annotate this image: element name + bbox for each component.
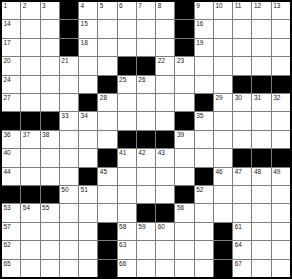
cell-r9c12[interactable] [214,149,232,166]
cell-r10c2[interactable] [21,168,39,185]
cell-r8c5[interactable] [79,131,97,148]
cell-r8c3[interactable]: 38 [41,131,59,148]
clue-number: 60 [158,223,165,231]
black-cell-r5c6 [98,76,116,93]
black-cell-r2c4 [60,20,78,37]
cell-r14c1[interactable]: 62 [2,241,20,258]
black-cell-r7c1 [2,112,20,129]
black-cell-r6c11 [195,94,213,111]
clue-number: 11 [235,2,242,10]
cell-r5c5[interactable] [79,76,97,93]
clue-number: 37 [23,131,30,139]
cell-r8c4[interactable] [60,131,78,148]
clue-number: 29 [215,94,222,102]
clue-number: 65 [4,260,11,268]
black-cell-r9c13 [233,149,251,166]
black-cell-r4c7 [118,57,136,74]
cell-r10c8[interactable] [137,168,155,185]
cell-r15c3[interactable] [41,260,59,277]
cell-r11c8[interactable] [137,186,155,203]
cell-r13c5[interactable] [79,223,97,240]
black-cell-r9c15 [272,149,290,166]
cell-r8c6[interactable] [98,131,116,148]
cell-r6c3[interactable] [41,94,59,111]
black-cell-r3c4 [60,39,78,56]
cell-r9c8[interactable]: 42 [137,149,155,166]
cell-r5c8[interactable]: 26 [137,76,155,93]
clue-number: 21 [61,57,68,65]
clue-number: 56 [177,204,184,212]
clue-number: 49 [273,168,280,176]
cell-r2c13[interactable] [233,20,251,37]
clue-number: 17 [4,39,11,47]
clue-number: 35 [196,112,203,120]
cell-r2c6[interactable] [98,20,116,37]
cell-r3c2[interactable] [21,39,39,56]
cell-r12c12[interactable] [214,204,232,221]
cell-r4c12[interactable] [214,57,232,74]
cell-r11c7[interactable] [118,186,136,203]
cell-r14c15[interactable] [272,241,290,258]
cell-r13c13[interactable]: 61 [233,223,251,240]
cell-r10c14[interactable]: 48 [252,168,270,185]
cell-r15c13[interactable]: 67 [233,260,251,277]
cell-r2c12[interactable] [214,20,232,37]
black-cell-r10c11 [195,168,213,185]
cell-r1c8[interactable]: 7 [137,2,155,19]
cell-r14c5[interactable] [79,241,97,258]
cell-r10c9[interactable] [156,168,174,185]
clue-number: 41 [119,149,126,157]
cell-r6c12[interactable]: 29 [214,94,232,111]
cell-r10c3[interactable] [41,168,59,185]
clue-number: 40 [4,149,11,157]
black-cell-r7c3 [41,112,59,129]
cell-r13c1[interactable]: 57 [2,223,20,240]
cell-r13c10[interactable] [175,223,193,240]
clue-number: 25 [119,76,126,84]
cell-r12c2[interactable]: 54 [21,204,39,221]
clue-number: 63 [119,241,126,249]
cell-r7c11[interactable]: 35 [195,112,213,129]
black-cell-r15c6 [98,260,116,277]
black-cell-r2c10 [175,20,193,37]
clue-number: 48 [254,168,261,176]
clue-number: 46 [215,168,222,176]
clue-number: 1 [4,2,8,10]
crossword-puzzle: 1234567891011121314151617181920212223242… [0,0,292,279]
cell-r15c15[interactable] [272,260,290,277]
cell-r4c6[interactable] [98,57,116,74]
cell-r8c12[interactable] [214,131,232,148]
cell-r11c13[interactable] [233,186,251,203]
cell-r4c4[interactable]: 21 [60,57,78,74]
cell-r14c10[interactable] [175,241,193,258]
cell-r8c13[interactable] [233,131,251,148]
cell-r9c4[interactable] [60,149,78,166]
cell-r2c5[interactable]: 15 [79,20,97,37]
clue-number: 28 [100,94,107,102]
cell-r14c14[interactable] [252,241,270,258]
cell-r13c14[interactable] [252,223,270,240]
cell-r2c14[interactable] [252,20,270,37]
clue-number: 18 [81,39,88,47]
cell-r9c11[interactable] [195,149,213,166]
cell-r8c15[interactable] [272,131,290,148]
clue-number: 38 [42,131,49,139]
clue-number: 23 [177,57,184,65]
clue-number: 3 [42,2,46,10]
cell-r6c14[interactable]: 31 [252,94,270,111]
cell-r2c11[interactable]: 16 [195,20,213,37]
cell-r14c9[interactable] [156,241,174,258]
cell-r1c1[interactable]: 1 [2,2,20,19]
clue-number: 52 [196,186,203,194]
cell-r4c3[interactable] [41,57,59,74]
cell-r7c6[interactable] [98,112,116,129]
cell-r14c4[interactable] [60,241,78,258]
cell-r14c3[interactable] [41,241,59,258]
clue-number: 30 [235,94,242,102]
cell-r6c8[interactable] [137,94,155,111]
cell-r2c2[interactable] [21,20,39,37]
cell-r4c2[interactable] [21,57,39,74]
cell-r7c12[interactable] [214,112,232,129]
black-cell-r1c4 [60,2,78,19]
cell-r9c9[interactable]: 43 [156,149,174,166]
cell-r7c15[interactable] [272,112,290,129]
cell-r10c4[interactable] [60,168,78,185]
cell-r4c11[interactable] [195,57,213,74]
black-cell-r14c12 [214,241,232,258]
cell-r3c8[interactable] [137,39,155,56]
cell-r12c3[interactable]: 55 [41,204,59,221]
clue-number: 42 [138,149,145,157]
cell-r13c8[interactable]: 59 [137,223,155,240]
cell-r7c7[interactable] [118,112,136,129]
cell-r15c2[interactable] [21,260,39,277]
cell-r2c1[interactable]: 14 [2,20,20,37]
cell-r6c7[interactable] [118,94,136,111]
cell-r6c2[interactable] [21,94,39,111]
clue-number: 50 [61,186,68,194]
clue-number: 24 [4,76,11,84]
black-cell-r5c13 [233,76,251,93]
cell-r6c4[interactable] [60,94,78,111]
cell-r7c14[interactable] [252,112,270,129]
cell-r15c10[interactable] [175,260,193,277]
cell-r6c10[interactable] [175,94,193,111]
cell-r7c4[interactable]: 33 [60,112,78,129]
cell-r4c5[interactable] [79,57,97,74]
black-cell-r13c6 [98,223,116,240]
cell-r5c7[interactable]: 25 [118,76,136,93]
cell-r2c8[interactable] [137,20,155,37]
clue-number: 67 [235,260,242,268]
black-cell-r11c10 [175,186,193,203]
clue-number: 54 [23,204,30,212]
clue-number: 34 [81,112,88,120]
cell-r3c12[interactable] [214,39,232,56]
clue-number: 4 [81,2,85,10]
clue-number: 43 [158,149,165,157]
clue-number: 16 [196,20,203,28]
clue-number: 53 [4,204,11,212]
clue-number: 45 [100,168,107,176]
cell-r7c8[interactable] [137,112,155,129]
clue-number: 27 [4,94,11,102]
cell-r2c7[interactable] [118,20,136,37]
cell-r3c13[interactable] [233,39,251,56]
cell-r11c6[interactable] [98,186,116,203]
clue-number: 2 [23,2,27,10]
cell-r3c1[interactable]: 17 [2,39,20,56]
clue-number: 36 [4,131,11,139]
cell-r1c6[interactable]: 5 [98,2,116,19]
cell-r9c3[interactable] [41,149,59,166]
cell-r13c4[interactable] [60,223,78,240]
clue-number: 64 [235,241,242,249]
clue-number: 22 [158,57,165,65]
cell-r5c3[interactable] [41,76,59,93]
cell-r14c13[interactable]: 64 [233,241,251,258]
cell-r10c12[interactable]: 46 [214,168,232,185]
clue-number: 59 [138,223,145,231]
cell-r3c15[interactable] [272,39,290,56]
cell-r7c13[interactable] [233,112,251,129]
cell-r1c14[interactable]: 12 [252,2,270,19]
clue-number: 14 [4,20,11,28]
cell-r9c10[interactable] [175,149,193,166]
black-cell-r8c9 [156,131,174,148]
black-cell-r14c6 [98,241,116,258]
cell-r1c5[interactable]: 4 [79,2,97,19]
clue-number: 6 [119,2,123,10]
cell-r4c9[interactable]: 22 [156,57,174,74]
clue-number: 15 [81,20,88,28]
cell-r10c15[interactable]: 49 [272,168,290,185]
clue-number: 66 [119,260,126,268]
cell-r6c13[interactable]: 30 [233,94,251,111]
black-cell-r1c10 [175,2,193,19]
cell-r11c15[interactable] [272,186,290,203]
cell-r13c15[interactable] [272,223,290,240]
black-cell-r10c5 [79,168,97,185]
cell-r4c10[interactable]: 23 [175,57,193,74]
cell-r12c6[interactable] [98,204,116,221]
cell-r6c6[interactable]: 28 [98,94,116,111]
clue-number: 8 [158,2,162,10]
black-cell-r8c8 [137,131,155,148]
cell-r13c2[interactable] [21,223,39,240]
crossword-grid: 1234567891011121314151617181920212223242… [0,0,292,279]
clue-number: 26 [138,76,145,84]
cell-r1c9[interactable]: 8 [156,2,174,19]
clue-number: 19 [196,39,203,47]
cell-r4c1[interactable]: 20 [2,57,20,74]
cell-r9c5[interactable] [79,149,97,166]
cell-r13c7[interactable]: 58 [118,223,136,240]
clue-number: 44 [4,168,11,176]
cell-r14c7[interactable]: 63 [118,241,136,258]
cell-r10c13[interactable]: 47 [233,168,251,185]
black-cell-r12c8 [137,204,155,221]
cell-r8c11[interactable] [195,131,213,148]
cell-r15c7[interactable]: 66 [118,260,136,277]
cell-r12c14[interactable] [252,204,270,221]
black-cell-r12c9 [156,204,174,221]
cell-r8c2[interactable]: 37 [21,131,39,148]
black-cell-r3c10 [175,39,193,56]
cell-r3c5[interactable]: 18 [79,39,97,56]
black-cell-r11c2 [21,186,39,203]
clue-number: 57 [4,223,11,231]
cell-r11c11[interactable]: 52 [195,186,213,203]
clue-number: 31 [254,94,261,102]
cell-r7c9[interactable] [156,112,174,129]
cell-r11c5[interactable]: 51 [79,186,97,203]
cell-r15c5[interactable] [79,260,97,277]
cell-r2c9[interactable] [156,20,174,37]
cell-r10c1[interactable]: 44 [2,168,20,185]
clue-number: 9 [196,2,200,10]
cell-r12c13[interactable] [233,204,251,221]
cell-r12c5[interactable] [79,204,97,221]
cell-r7c5[interactable]: 34 [79,112,97,129]
cell-r1c3[interactable]: 3 [41,2,59,19]
clue-number: 12 [254,2,261,10]
cell-r15c11[interactable] [195,260,213,277]
clue-number: 47 [235,168,242,176]
cell-r13c3[interactable] [41,223,59,240]
clue-number: 13 [273,2,280,10]
black-cell-r7c10 [175,112,193,129]
cell-r3c14[interactable] [252,39,270,56]
cell-r4c13[interactable] [233,57,251,74]
cell-r15c8[interactable] [137,260,155,277]
clue-number: 39 [177,131,184,139]
clue-number: 20 [4,57,11,65]
clue-number: 5 [100,2,104,10]
cell-r11c9[interactable] [156,186,174,203]
cell-r15c14[interactable] [252,260,270,277]
black-cell-r4c8 [137,57,155,74]
cell-r15c1[interactable]: 65 [2,260,20,277]
cell-r5c4[interactable] [60,76,78,93]
cell-r5c9[interactable] [156,76,174,93]
cell-r12c11[interactable] [195,204,213,221]
black-cell-r9c6 [98,149,116,166]
cell-r13c9[interactable]: 60 [156,223,174,240]
cell-r3c6[interactable] [98,39,116,56]
cell-r12c7[interactable] [118,204,136,221]
black-cell-r5c15 [272,76,290,93]
cell-r1c13[interactable]: 11 [233,2,251,19]
cell-r5c2[interactable] [21,76,39,93]
cell-r10c10[interactable] [175,168,193,185]
cell-r6c15[interactable]: 32 [272,94,290,111]
cell-r8c1[interactable]: 36 [2,131,20,148]
clue-number: 51 [81,186,88,194]
cell-r12c1[interactable]: 53 [2,204,20,221]
clue-number: 33 [61,112,68,120]
cell-r11c12[interactable] [214,186,232,203]
clue-number: 32 [273,94,280,102]
cell-r8c10[interactable]: 39 [175,131,193,148]
cell-r5c11[interactable] [195,76,213,93]
cell-r2c3[interactable] [41,20,59,37]
cell-r1c7[interactable]: 6 [118,2,136,19]
cell-r11c4[interactable]: 50 [60,186,78,203]
clue-number: 62 [4,241,11,249]
black-cell-r15c12 [214,260,232,277]
cell-r5c10[interactable] [175,76,193,93]
cell-r15c4[interactable] [60,260,78,277]
cell-r2c15[interactable] [272,20,290,37]
cell-r3c7[interactable] [118,39,136,56]
cell-r12c15[interactable] [272,204,290,221]
cell-r10c7[interactable] [118,168,136,185]
cell-r9c2[interactable] [21,149,39,166]
cell-r9c7[interactable]: 41 [118,149,136,166]
cell-r10c6[interactable]: 45 [98,168,116,185]
cell-r6c9[interactable] [156,94,174,111]
clue-number: 10 [215,2,222,10]
cell-r14c8[interactable] [137,241,155,258]
cell-r3c9[interactable] [156,39,174,56]
cell-r12c4[interactable] [60,204,78,221]
black-cell-r9c14 [252,149,270,166]
cell-r1c12[interactable]: 10 [214,2,232,19]
clue-number: 61 [235,223,242,231]
cell-r1c15[interactable]: 13 [272,2,290,19]
black-cell-r5c14 [252,76,270,93]
cell-r8c14[interactable] [252,131,270,148]
cell-r1c11[interactable]: 9 [195,2,213,19]
black-cell-r6c5 [79,94,97,111]
black-cell-r8c7 [118,131,136,148]
cell-r13c11[interactable] [195,223,213,240]
cell-r5c12[interactable] [214,76,232,93]
cell-r3c3[interactable] [41,39,59,56]
cell-r14c11[interactable] [195,241,213,258]
black-cell-r11c3 [41,186,59,203]
clue-number: 58 [119,223,126,231]
black-cell-r13c12 [214,223,232,240]
black-cell-r11c1 [2,186,20,203]
cell-r5c1[interactable]: 24 [2,76,20,93]
cell-r6c1[interactable]: 27 [2,94,20,111]
clue-number: 7 [138,2,142,10]
cell-r15c9[interactable] [156,260,174,277]
black-cell-r7c2 [21,112,39,129]
cell-r4c14[interactable] [252,57,270,74]
cell-r1c2[interactable]: 2 [21,2,39,19]
cell-r11c14[interactable] [252,186,270,203]
cell-r14c2[interactable] [21,241,39,258]
cell-r12c10[interactable]: 56 [175,204,193,221]
cell-r9c1[interactable]: 40 [2,149,20,166]
cell-r4c15[interactable] [272,57,290,74]
clue-number: 55 [42,204,49,212]
cell-r3c11[interactable]: 19 [195,39,213,56]
